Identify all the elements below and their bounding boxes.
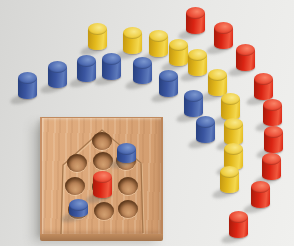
peg-yellow[interactable] <box>220 166 239 193</box>
peg-yellow[interactable] <box>88 23 107 50</box>
peg-top-face <box>133 57 152 69</box>
peg-blue[interactable] <box>69 199 88 217</box>
peg-top-face <box>184 90 203 102</box>
peg-red[interactable] <box>254 73 273 100</box>
peg-blue[interactable] <box>77 55 96 82</box>
peg-top-face <box>251 181 270 193</box>
peg-blue[interactable] <box>18 72 37 99</box>
game-board <box>40 117 163 234</box>
peg-top-face <box>262 153 281 165</box>
peg-top-face <box>186 7 205 19</box>
peg-red[interactable] <box>263 99 282 126</box>
peg-red[interactable] <box>236 44 255 71</box>
peg-top-face <box>88 23 107 35</box>
peg-top-face <box>236 44 255 56</box>
peg-yellow[interactable] <box>169 39 188 66</box>
board-hole-r3c1[interactable] <box>94 202 114 220</box>
peg-top-face <box>77 55 96 67</box>
peg-red[interactable] <box>229 211 248 238</box>
peg-blue[interactable] <box>196 116 215 143</box>
board-front-edge <box>40 234 163 241</box>
peg-blue[interactable] <box>184 90 203 117</box>
peg-yellow[interactable] <box>188 49 207 76</box>
peg-yellow[interactable] <box>221 93 240 120</box>
peg-top-face <box>48 61 67 73</box>
peg-blue[interactable] <box>117 143 136 163</box>
peg-top-face <box>214 22 233 34</box>
peg-top-face <box>196 116 215 128</box>
peg-top-face <box>224 143 243 155</box>
peg-red[interactable] <box>262 153 281 180</box>
board-hole-r2c2[interactable] <box>118 177 138 195</box>
peg-top-face <box>169 39 188 51</box>
peg-top-face <box>102 53 121 65</box>
peg-top-face <box>149 30 168 42</box>
peg-top-face <box>264 126 283 138</box>
peg-top-face <box>188 49 207 61</box>
peg-top-face <box>117 143 136 155</box>
board-hole-r2c0[interactable] <box>65 177 85 195</box>
peg-yellow[interactable] <box>123 27 142 54</box>
board-hole-r0c1[interactable] <box>92 132 112 150</box>
peg-top-face <box>208 69 227 81</box>
peg-blue[interactable] <box>159 70 178 97</box>
peg-red[interactable] <box>93 171 112 198</box>
peg-top-face <box>93 171 112 183</box>
board-hole-r1c0[interactable] <box>67 154 87 172</box>
peg-red[interactable] <box>186 7 205 34</box>
photo-scene <box>0 0 294 246</box>
peg-top-face <box>221 93 240 105</box>
peg-top-face <box>123 27 142 39</box>
peg-blue[interactable] <box>102 53 121 80</box>
peg-yellow[interactable] <box>149 30 168 57</box>
peg-top-face <box>159 70 178 82</box>
peg-blue[interactable] <box>133 57 152 84</box>
peg-yellow[interactable] <box>208 69 227 96</box>
peg-top-face <box>18 72 37 84</box>
peg-top-face <box>254 73 273 85</box>
peg-red[interactable] <box>214 22 233 49</box>
peg-top-face <box>224 118 243 130</box>
peg-red[interactable] <box>251 181 270 208</box>
peg-red[interactable] <box>264 126 283 153</box>
peg-top-face <box>69 199 88 211</box>
peg-top-face <box>263 99 282 111</box>
peg-blue[interactable] <box>48 61 67 88</box>
peg-top-face <box>220 166 239 178</box>
board-hole-r3c2[interactable] <box>118 200 138 218</box>
peg-yellow[interactable] <box>224 118 243 145</box>
peg-top-face <box>229 211 248 223</box>
